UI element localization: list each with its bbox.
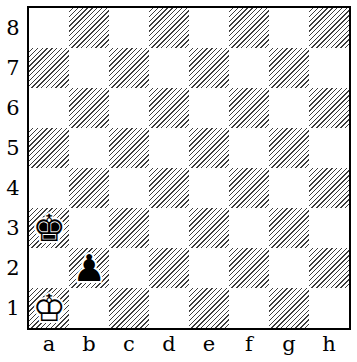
rank-label-4: 4 [0,168,26,208]
piece-outline-layer: ♔ [29,288,69,328]
square-f8[interactable] [229,8,269,48]
chess-board: ♚♟♚♔ [27,6,351,330]
square-e5[interactable] [189,128,229,168]
square-f4[interactable] [229,168,269,208]
square-a8[interactable] [29,8,69,48]
square-g4[interactable] [269,168,309,208]
square-e8[interactable] [189,8,229,48]
square-c8[interactable] [109,8,149,48]
square-d2[interactable] [149,248,189,288]
square-e2[interactable] [189,248,229,288]
square-d8[interactable] [149,8,189,48]
file-label-h: h [309,331,349,358]
rank-label-8: 8 [0,8,26,48]
file-label-d: d [149,331,189,358]
square-f2[interactable] [229,248,269,288]
white-king-a1[interactable]: ♚♔ [29,288,69,328]
square-e3[interactable] [189,208,229,248]
square-g8[interactable] [269,8,309,48]
square-c2[interactable] [109,248,149,288]
square-h3[interactable] [309,208,349,248]
square-a7[interactable] [29,48,69,88]
square-f6[interactable] [229,88,269,128]
square-h4[interactable] [309,168,349,208]
chess-diagram: 87654321 ♚♟♚♔ abcdefgh [0,0,357,362]
square-g6[interactable] [269,88,309,128]
rank-labels: 87654321 [0,8,26,328]
piece-fill-layer: ♚ [29,208,69,248]
square-e7[interactable] [189,48,229,88]
rank-label-7: 7 [0,48,26,88]
square-c1[interactable] [109,288,149,328]
square-a1[interactable]: ♚♔ [29,288,69,328]
square-a6[interactable] [29,88,69,128]
square-d4[interactable] [149,168,189,208]
square-d5[interactable] [149,128,189,168]
square-c4[interactable] [109,168,149,208]
square-a2[interactable] [29,248,69,288]
square-g2[interactable] [269,248,309,288]
rank-label-2: 2 [0,248,26,288]
file-label-f: f [229,331,269,358]
square-b4[interactable] [69,168,109,208]
square-b6[interactable] [69,88,109,128]
file-label-b: b [69,331,109,358]
square-c5[interactable] [109,128,149,168]
piece-fill-layer: ♟ [69,248,109,288]
rank-label-6: 6 [0,88,26,128]
file-labels: abcdefgh [29,331,349,358]
square-g1[interactable] [269,288,309,328]
file-label-g: g [269,331,309,358]
square-c3[interactable] [109,208,149,248]
square-b1[interactable] [69,288,109,328]
square-f3[interactable] [229,208,269,248]
black-king-a3[interactable]: ♚ [29,208,69,248]
square-h6[interactable] [309,88,349,128]
file-label-a: a [29,331,69,358]
square-c6[interactable] [109,88,149,128]
square-h5[interactable] [309,128,349,168]
file-label-e: e [189,331,229,358]
black-pawn-b2[interactable]: ♟ [69,248,109,288]
square-h7[interactable] [309,48,349,88]
file-label-c: c [109,331,149,358]
square-d1[interactable] [149,288,189,328]
square-a4[interactable] [29,168,69,208]
square-d3[interactable] [149,208,189,248]
square-b5[interactable] [69,128,109,168]
square-d6[interactable] [149,88,189,128]
square-e4[interactable] [189,168,229,208]
square-e6[interactable] [189,88,229,128]
square-h8[interactable] [309,8,349,48]
square-f5[interactable] [229,128,269,168]
square-b8[interactable] [69,8,109,48]
square-e1[interactable] [189,288,229,328]
square-h1[interactable] [309,288,349,328]
square-h2[interactable] [309,248,349,288]
square-c7[interactable] [109,48,149,88]
square-f1[interactable] [229,288,269,328]
square-b3[interactable] [69,208,109,248]
square-d7[interactable] [149,48,189,88]
rank-label-3: 3 [0,208,26,248]
square-b2[interactable]: ♟ [69,248,109,288]
rank-label-1: 1 [0,288,26,328]
square-a3[interactable]: ♚ [29,208,69,248]
rank-label-5: 5 [0,128,26,168]
square-g7[interactable] [269,48,309,88]
square-a5[interactable] [29,128,69,168]
square-g5[interactable] [269,128,309,168]
square-f7[interactable] [229,48,269,88]
square-b7[interactable] [69,48,109,88]
square-g3[interactable] [269,208,309,248]
